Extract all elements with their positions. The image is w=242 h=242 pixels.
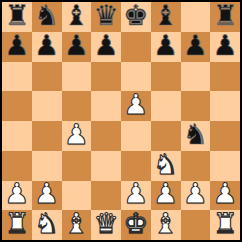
square-a8[interactable]: ♜ [2, 2, 32, 32]
square-b3[interactable] [32, 151, 62, 181]
square-b6[interactable] [32, 62, 62, 92]
square-g5[interactable] [181, 91, 211, 121]
square-e4[interactable] [121, 121, 151, 151]
square-b8[interactable]: ♞ [32, 2, 62, 32]
square-d5[interactable] [91, 91, 121, 121]
square-h6[interactable] [210, 62, 240, 92]
square-h2[interactable]: ♟ [210, 181, 240, 211]
white-king[interactable]: ♚ [123, 210, 148, 238]
white-rook[interactable]: ♜ [4, 210, 29, 238]
square-d3[interactable] [91, 151, 121, 181]
square-g2[interactable]: ♟ [181, 181, 211, 211]
square-c8[interactable]: ♝ [62, 2, 92, 32]
square-e6[interactable] [121, 62, 151, 92]
square-h4[interactable] [210, 121, 240, 151]
square-h7[interactable]: ♟ [210, 32, 240, 62]
black-rook[interactable]: ♜ [4, 2, 29, 30]
white-pawn[interactable]: ♟ [183, 181, 208, 209]
square-c7[interactable]: ♟ [62, 32, 92, 62]
square-c5[interactable] [62, 91, 92, 121]
chess-board: ♜♞♝♛♚♝♜♟♟♟♟♟♟♟♟♟♞♞♟♟♟♟♟♟♜♞♝♛♚♝♜ [0, 0, 242, 242]
square-a1[interactable]: ♜ [2, 210, 32, 240]
square-e8[interactable]: ♚ [121, 2, 151, 32]
square-b7[interactable]: ♟ [32, 32, 62, 62]
square-b2[interactable]: ♟ [32, 181, 62, 211]
square-d1[interactable]: ♛ [91, 210, 121, 240]
white-knight[interactable]: ♞ [34, 210, 59, 238]
square-g8[interactable] [181, 2, 211, 32]
white-knight[interactable]: ♞ [153, 151, 178, 179]
black-pawn[interactable]: ♟ [213, 32, 238, 60]
black-pawn[interactable]: ♟ [64, 32, 89, 60]
white-rook[interactable]: ♜ [213, 210, 238, 238]
black-bishop[interactable]: ♝ [153, 2, 178, 30]
black-king[interactable]: ♚ [123, 2, 148, 30]
square-e7[interactable] [121, 32, 151, 62]
square-d6[interactable] [91, 62, 121, 92]
square-f8[interactable]: ♝ [151, 2, 181, 32]
square-g3[interactable] [181, 151, 211, 181]
square-f3[interactable]: ♞ [151, 151, 181, 181]
white-pawn[interactable]: ♟ [153, 181, 178, 209]
square-f6[interactable] [151, 62, 181, 92]
square-h3[interactable] [210, 151, 240, 181]
black-pawn[interactable]: ♟ [183, 32, 208, 60]
square-a7[interactable]: ♟ [2, 32, 32, 62]
square-h5[interactable] [210, 91, 240, 121]
square-f2[interactable]: ♟ [151, 181, 181, 211]
white-pawn[interactable]: ♟ [213, 181, 238, 209]
square-c3[interactable] [62, 151, 92, 181]
square-e1[interactable]: ♚ [121, 210, 151, 240]
square-c1[interactable]: ♝ [62, 210, 92, 240]
square-f1[interactable]: ♝ [151, 210, 181, 240]
black-knight[interactable]: ♞ [183, 121, 208, 149]
square-e2[interactable]: ♟ [121, 181, 151, 211]
white-pawn[interactable]: ♟ [123, 181, 148, 209]
black-knight[interactable]: ♞ [34, 2, 59, 30]
square-g7[interactable]: ♟ [181, 32, 211, 62]
square-d2[interactable] [91, 181, 121, 211]
square-c2[interactable] [62, 181, 92, 211]
white-pawn[interactable]: ♟ [64, 121, 89, 149]
square-c4[interactable]: ♟ [62, 121, 92, 151]
square-a3[interactable] [2, 151, 32, 181]
square-f7[interactable]: ♟ [151, 32, 181, 62]
black-bishop[interactable]: ♝ [64, 2, 89, 30]
square-g6[interactable] [181, 62, 211, 92]
square-d7[interactable]: ♟ [91, 32, 121, 62]
black-pawn[interactable]: ♟ [94, 32, 119, 60]
white-pawn[interactable]: ♟ [34, 181, 59, 209]
white-pawn[interactable]: ♟ [123, 91, 148, 119]
square-h8[interactable]: ♜ [210, 2, 240, 32]
black-queen[interactable]: ♛ [94, 2, 119, 30]
black-pawn[interactable]: ♟ [34, 32, 59, 60]
square-f5[interactable] [151, 91, 181, 121]
black-pawn[interactable]: ♟ [153, 32, 178, 60]
square-b4[interactable] [32, 121, 62, 151]
white-bishop[interactable]: ♝ [64, 210, 89, 238]
square-c6[interactable] [62, 62, 92, 92]
square-h1[interactable]: ♜ [210, 210, 240, 240]
white-queen[interactable]: ♛ [94, 210, 119, 238]
square-e5[interactable]: ♟ [121, 91, 151, 121]
square-d8[interactable]: ♛ [91, 2, 121, 32]
white-bishop[interactable]: ♝ [153, 210, 178, 238]
square-e3[interactable] [121, 151, 151, 181]
square-b1[interactable]: ♞ [32, 210, 62, 240]
square-a5[interactable] [2, 91, 32, 121]
square-g1[interactable] [181, 210, 211, 240]
black-pawn[interactable]: ♟ [4, 32, 29, 60]
square-f4[interactable] [151, 121, 181, 151]
square-d4[interactable] [91, 121, 121, 151]
square-b5[interactable] [32, 91, 62, 121]
square-a2[interactable]: ♟ [2, 181, 32, 211]
white-pawn[interactable]: ♟ [4, 181, 29, 209]
square-a4[interactable] [2, 121, 32, 151]
square-g4[interactable]: ♞ [181, 121, 211, 151]
black-rook[interactable]: ♜ [213, 2, 238, 30]
square-a6[interactable] [2, 62, 32, 92]
